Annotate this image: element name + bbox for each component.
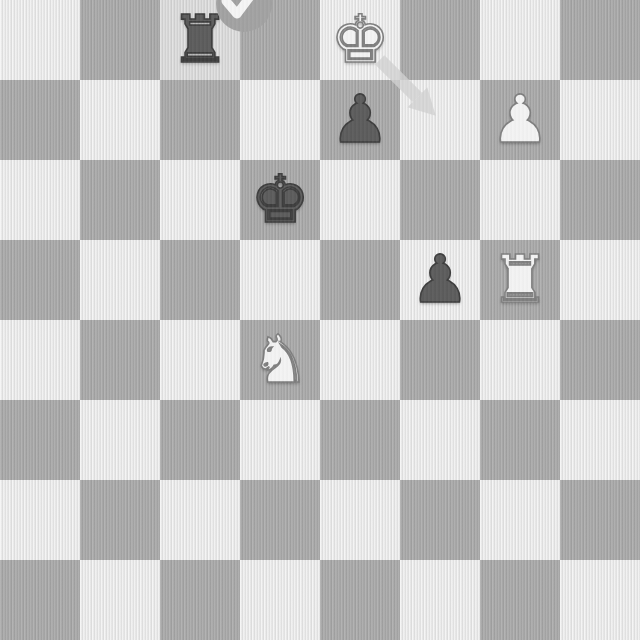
square-f2[interactable] [400, 480, 480, 560]
square-a2[interactable] [0, 480, 80, 560]
square-e1[interactable] [320, 560, 400, 640]
square-e2[interactable] [320, 480, 400, 560]
square-c1[interactable] [160, 560, 240, 640]
piece-black-pawn[interactable]: ♟ [320, 80, 400, 160]
square-h1[interactable] [560, 560, 640, 640]
square-a6[interactable] [0, 160, 80, 240]
square-g1[interactable] [480, 560, 560, 640]
square-d1[interactable] [240, 560, 320, 640]
piece-white-knight[interactable]: ♞ [240, 320, 320, 400]
chess-board: ♜♚♟♟♚♟♜♞ [0, 0, 640, 640]
square-c8[interactable]: ♜ [160, 0, 240, 80]
chess-board-area: ♜♚♟♟♚♟♜♞ [0, 0, 640, 640]
square-h7[interactable] [560, 80, 640, 160]
square-g2[interactable] [480, 480, 560, 560]
square-d2[interactable] [240, 480, 320, 560]
square-f8[interactable] [400, 0, 480, 80]
square-g3[interactable] [480, 400, 560, 480]
square-a1[interactable] [0, 560, 80, 640]
square-c5[interactable] [160, 240, 240, 320]
square-b2[interactable] [80, 480, 160, 560]
square-f5[interactable]: ♟ [400, 240, 480, 320]
square-c6[interactable] [160, 160, 240, 240]
square-a4[interactable] [0, 320, 80, 400]
square-d3[interactable] [240, 400, 320, 480]
square-h5[interactable] [560, 240, 640, 320]
square-g6[interactable] [480, 160, 560, 240]
piece-white-pawn[interactable]: ♟ [480, 80, 560, 160]
square-f3[interactable] [400, 400, 480, 480]
square-g5[interactable]: ♜ [480, 240, 560, 320]
square-a7[interactable] [0, 80, 80, 160]
square-h6[interactable] [560, 160, 640, 240]
square-d4[interactable]: ♞ [240, 320, 320, 400]
square-f4[interactable] [400, 320, 480, 400]
square-e5[interactable] [320, 240, 400, 320]
square-h2[interactable] [560, 480, 640, 560]
square-g7[interactable]: ♟ [480, 80, 560, 160]
square-b8[interactable] [80, 0, 160, 80]
piece-black-king[interactable]: ♚ [240, 160, 320, 240]
square-b5[interactable] [80, 240, 160, 320]
square-c2[interactable] [160, 480, 240, 560]
piece-white-rook[interactable]: ♜ [480, 240, 560, 320]
square-c7[interactable] [160, 80, 240, 160]
piece-black-pawn[interactable]: ♟ [400, 240, 480, 320]
square-d8[interactable] [240, 0, 320, 80]
square-d7[interactable] [240, 80, 320, 160]
square-f1[interactable] [400, 560, 480, 640]
square-d6[interactable]: ♚ [240, 160, 320, 240]
square-b6[interactable] [80, 160, 160, 240]
square-g4[interactable] [480, 320, 560, 400]
square-g8[interactable] [480, 0, 560, 80]
square-e7[interactable]: ♟ [320, 80, 400, 160]
square-h3[interactable] [560, 400, 640, 480]
square-e8[interactable]: ♚ [320, 0, 400, 80]
square-b1[interactable] [80, 560, 160, 640]
square-b3[interactable] [80, 400, 160, 480]
square-b4[interactable] [80, 320, 160, 400]
square-d5[interactable] [240, 240, 320, 320]
square-a3[interactable] [0, 400, 80, 480]
square-h4[interactable] [560, 320, 640, 400]
square-e3[interactable] [320, 400, 400, 480]
square-b7[interactable] [80, 80, 160, 160]
square-c4[interactable] [160, 320, 240, 400]
square-e6[interactable] [320, 160, 400, 240]
square-h8[interactable] [560, 0, 640, 80]
square-a8[interactable] [0, 0, 80, 80]
square-f6[interactable] [400, 160, 480, 240]
square-c3[interactable] [160, 400, 240, 480]
square-f7[interactable] [400, 80, 480, 160]
piece-white-king[interactable]: ♚ [320, 0, 400, 80]
square-a5[interactable] [0, 240, 80, 320]
square-e4[interactable] [320, 320, 400, 400]
piece-black-rook[interactable]: ♜ [160, 0, 240, 80]
